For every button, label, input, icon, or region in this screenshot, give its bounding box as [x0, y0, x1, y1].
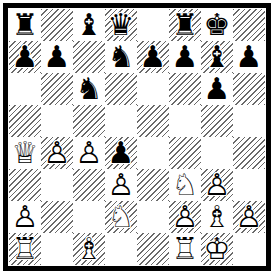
- piece-fill: ♚: [204, 9, 231, 41]
- piece-white-rook: ♖: [12, 233, 39, 265]
- piece-fill: ♟: [12, 201, 39, 233]
- piece-black-bishop: ♝: [204, 41, 231, 73]
- square-h6[interactable]: [233, 73, 265, 105]
- piece-black-pawn: ♟: [108, 137, 135, 169]
- square-b4[interactable]: ♟♙: [41, 137, 73, 169]
- square-e1[interactable]: [137, 233, 169, 265]
- square-b3[interactable]: [41, 169, 73, 201]
- piece-black-pawn: ♟: [236, 41, 263, 73]
- piece-black-knight: ♞: [108, 41, 135, 73]
- piece-black-pawn: ♟: [204, 73, 231, 105]
- piece-fill: ♟: [140, 41, 167, 73]
- square-a1[interactable]: ♜♖: [9, 233, 41, 265]
- square-d6[interactable]: [105, 73, 137, 105]
- piece-white-pawn: ♙: [172, 201, 199, 233]
- square-h4[interactable]: [233, 137, 265, 169]
- square-g6[interactable]: ♟♟: [201, 73, 233, 105]
- square-h1[interactable]: [233, 233, 265, 265]
- square-d5[interactable]: [105, 105, 137, 137]
- piece-black-rook: ♜: [172, 9, 199, 41]
- piece-fill: ♛: [108, 9, 135, 41]
- square-d8[interactable]: ♛♛: [105, 9, 137, 41]
- square-c5[interactable]: [73, 105, 105, 137]
- square-c6[interactable]: ♞♞: [73, 73, 105, 105]
- piece-fill: ♜: [12, 9, 39, 41]
- piece-black-pawn: ♟: [140, 41, 167, 73]
- square-g2[interactable]: ♝♗: [201, 201, 233, 233]
- piece-fill: ♟: [12, 41, 39, 73]
- square-d7[interactable]: ♞♞: [105, 41, 137, 73]
- piece-fill: ♝: [204, 201, 231, 233]
- piece-white-knight: ♘: [108, 201, 135, 233]
- board-frame: ♜♜♝♝♛♛♜♜♚♚♟♟♟♟♞♞♟♟♟♟♝♝♟♟♞♞♟♟♛♕♟♙♟♙♟♟♟♙♞♘…: [3, 3, 271, 271]
- piece-fill: ♟: [44, 137, 71, 169]
- piece-fill: ♝: [204, 41, 231, 73]
- square-d4[interactable]: ♟♟: [105, 137, 137, 169]
- square-f5[interactable]: [169, 105, 201, 137]
- piece-black-pawn: ♟: [172, 41, 199, 73]
- piece-fill: ♟: [204, 73, 231, 105]
- square-h7[interactable]: ♟♟: [233, 41, 265, 73]
- square-e6[interactable]: [137, 73, 169, 105]
- piece-white-bishop: ♗: [76, 233, 103, 265]
- piece-white-pawn: ♙: [108, 169, 135, 201]
- square-a6[interactable]: [9, 73, 41, 105]
- page-background: ♜♜♝♝♛♛♜♜♚♚♟♟♟♟♞♞♟♟♟♟♝♝♟♟♞♞♟♟♛♕♟♙♟♙♟♟♟♙♞♘…: [0, 0, 280, 280]
- piece-fill: ♟: [44, 41, 71, 73]
- square-d2[interactable]: ♞♘: [105, 201, 137, 233]
- square-d3[interactable]: ♟♙: [105, 169, 137, 201]
- square-a4[interactable]: ♛♕: [9, 137, 41, 169]
- square-c2[interactable]: [73, 201, 105, 233]
- piece-black-bishop: ♝: [76, 9, 103, 41]
- piece-white-rook: ♖: [172, 233, 199, 265]
- square-h2[interactable]: ♟♙: [233, 201, 265, 233]
- square-b6[interactable]: [41, 73, 73, 105]
- square-a2[interactable]: ♟♙: [9, 201, 41, 233]
- square-b8[interactable]: [41, 9, 73, 41]
- square-h8[interactable]: [233, 9, 265, 41]
- piece-white-pawn: ♙: [44, 137, 71, 169]
- piece-fill: ♞: [108, 41, 135, 73]
- square-g3[interactable]: ♟♙: [201, 169, 233, 201]
- square-f3[interactable]: ♞♘: [169, 169, 201, 201]
- chess-board: ♜♜♝♝♛♛♜♜♚♚♟♟♟♟♞♞♟♟♟♟♝♝♟♟♞♞♟♟♛♕♟♙♟♙♟♟♟♙♞♘…: [9, 9, 265, 265]
- square-a3[interactable]: [9, 169, 41, 201]
- piece-fill: ♟: [204, 169, 231, 201]
- square-c3[interactable]: [73, 169, 105, 201]
- square-f2[interactable]: ♟♙: [169, 201, 201, 233]
- square-g5[interactable]: [201, 105, 233, 137]
- piece-black-rook: ♜: [12, 9, 39, 41]
- square-b2[interactable]: [41, 201, 73, 233]
- square-b7[interactable]: ♟♟: [41, 41, 73, 73]
- piece-white-pawn: ♙: [236, 201, 263, 233]
- piece-fill: ♚: [204, 233, 231, 265]
- square-a8[interactable]: ♜♜: [9, 9, 41, 41]
- piece-fill: ♝: [76, 233, 103, 265]
- square-d1[interactable]: [105, 233, 137, 265]
- square-g4[interactable]: [201, 137, 233, 169]
- square-h5[interactable]: [233, 105, 265, 137]
- piece-black-king: ♚: [204, 9, 231, 41]
- square-e3[interactable]: [137, 169, 169, 201]
- piece-fill: ♜: [172, 233, 199, 265]
- square-e8[interactable]: [137, 9, 169, 41]
- piece-fill: ♟: [236, 201, 263, 233]
- piece-white-king: ♔: [204, 233, 231, 265]
- square-a7[interactable]: ♟♟: [9, 41, 41, 73]
- square-e7[interactable]: ♟♟: [137, 41, 169, 73]
- piece-black-knight: ♞: [76, 73, 103, 105]
- piece-fill: ♞: [108, 201, 135, 233]
- piece-black-queen: ♛: [108, 9, 135, 41]
- piece-fill: ♟: [108, 169, 135, 201]
- square-c4[interactable]: ♟♙: [73, 137, 105, 169]
- square-f4[interactable]: [169, 137, 201, 169]
- piece-fill: ♟: [172, 41, 199, 73]
- piece-white-pawn: ♙: [12, 201, 39, 233]
- piece-fill: ♞: [76, 73, 103, 105]
- piece-black-pawn: ♟: [12, 41, 39, 73]
- piece-black-pawn: ♟: [44, 41, 71, 73]
- square-c8[interactable]: ♝♝: [73, 9, 105, 41]
- square-c1[interactable]: ♝♗: [73, 233, 105, 265]
- piece-white-pawn: ♙: [76, 137, 103, 169]
- square-e2[interactable]: [137, 201, 169, 233]
- square-g8[interactable]: ♚♚: [201, 9, 233, 41]
- square-g7[interactable]: ♝♝: [201, 41, 233, 73]
- square-e5[interactable]: [137, 105, 169, 137]
- piece-fill: ♟: [108, 137, 135, 169]
- piece-fill: ♟: [172, 201, 199, 233]
- piece-white-queen: ♕: [12, 137, 39, 169]
- piece-white-knight: ♘: [172, 169, 199, 201]
- piece-fill: ♜: [172, 9, 199, 41]
- square-c7[interactable]: [73, 41, 105, 73]
- piece-white-pawn: ♙: [204, 169, 231, 201]
- piece-fill: ♛: [12, 137, 39, 169]
- square-g1[interactable]: ♚♔: [201, 233, 233, 265]
- square-f1[interactable]: ♜♖: [169, 233, 201, 265]
- piece-fill: ♟: [236, 41, 263, 73]
- piece-fill: ♜: [12, 233, 39, 265]
- square-b5[interactable]: [41, 105, 73, 137]
- square-a5[interactable]: [9, 105, 41, 137]
- piece-fill: ♝: [76, 9, 103, 41]
- piece-white-bishop: ♗: [204, 201, 231, 233]
- square-e4[interactable]: [137, 137, 169, 169]
- square-f7[interactable]: ♟♟: [169, 41, 201, 73]
- square-f6[interactable]: [169, 73, 201, 105]
- square-h3[interactable]: [233, 169, 265, 201]
- square-f8[interactable]: ♜♜: [169, 9, 201, 41]
- piece-fill: ♟: [76, 137, 103, 169]
- piece-fill: ♞: [172, 169, 199, 201]
- square-b1[interactable]: [41, 233, 73, 265]
